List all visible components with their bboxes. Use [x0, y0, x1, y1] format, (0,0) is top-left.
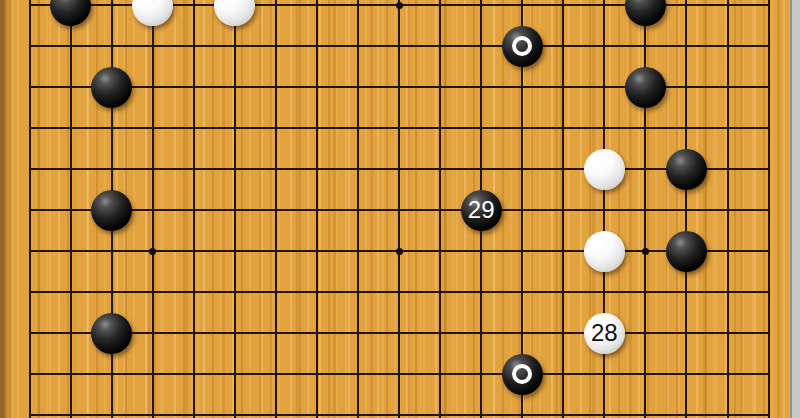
stone-black-C14[interactable] — [91, 67, 132, 108]
stone-white-P8[interactable]: 28 — [584, 313, 625, 354]
grid-hline — [29, 332, 770, 334]
move-number-label: 29 — [468, 198, 495, 222]
grid-hline — [29, 291, 770, 293]
star-point-D10 — [149, 248, 156, 255]
move-number-label: 28 — [591, 321, 618, 345]
star-point-K16 — [396, 2, 403, 9]
grid-hline — [29, 209, 770, 211]
window-edge-strip — [790, 0, 800, 418]
grid-hline — [29, 414, 770, 416]
grid-hline — [29, 373, 770, 375]
grid-hline — [29, 168, 770, 170]
stone-black-N15[interactable] — [502, 26, 543, 67]
stone-black-M11[interactable]: 29 — [461, 190, 502, 231]
stone-black-Q14[interactable] — [625, 67, 666, 108]
stone-white-P10[interactable] — [584, 231, 625, 272]
grid-hline — [29, 127, 770, 129]
stone-black-R12[interactable] — [666, 149, 707, 190]
stone-black-R10[interactable] — [666, 231, 707, 272]
circle-marker-icon — [512, 36, 532, 56]
stone-black-N7[interactable] — [502, 354, 543, 395]
stone-black-C8[interactable] — [91, 313, 132, 354]
stone-black-C11[interactable] — [91, 190, 132, 231]
star-point-Q10 — [642, 248, 649, 255]
star-point-K10 — [396, 248, 403, 255]
stone-white-P12[interactable] — [584, 149, 625, 190]
grid-hline — [29, 45, 770, 47]
circle-marker-icon — [512, 364, 532, 384]
go-board[interactable]: 2928 — [0, 0, 800, 418]
